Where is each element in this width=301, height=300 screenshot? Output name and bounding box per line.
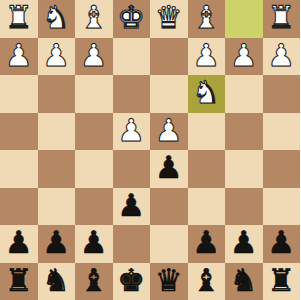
square-g8[interactable]: ♞ (38, 263, 76, 300)
piece-black-pawn[interactable]: ♟ (155, 152, 183, 183)
square-c4[interactable] (188, 113, 226, 151)
square-d1[interactable]: ♛ (150, 0, 188, 38)
square-g4[interactable] (38, 113, 76, 151)
square-d4[interactable]: ♟ (150, 113, 188, 151)
square-g2[interactable]: ♟ (38, 38, 76, 76)
square-g3[interactable] (38, 75, 76, 113)
piece-white-king[interactable]: ♚ (117, 2, 145, 33)
square-f4[interactable] (75, 113, 113, 151)
square-a5[interactable] (263, 150, 301, 188)
square-a2[interactable]: ♟ (263, 38, 301, 76)
square-e4[interactable]: ♟ (113, 113, 151, 151)
piece-white-pawn[interactable]: ♟ (42, 40, 70, 71)
square-e3[interactable] (113, 75, 151, 113)
piece-black-rook[interactable]: ♜ (267, 265, 295, 296)
square-g7[interactable]: ♟ (38, 225, 76, 263)
piece-white-rook[interactable]: ♜ (267, 2, 295, 33)
square-b3[interactable] (225, 75, 263, 113)
square-b4[interactable] (225, 113, 263, 151)
piece-white-knight[interactable]: ♞ (192, 77, 220, 108)
square-c1[interactable]: ♝ (188, 0, 226, 38)
piece-black-pawn[interactable]: ♟ (267, 227, 295, 258)
square-d5[interactable]: ♟ (150, 150, 188, 188)
square-b2[interactable]: ♟ (225, 38, 263, 76)
square-c5[interactable] (188, 150, 226, 188)
square-c3[interactable]: ♞ (188, 75, 226, 113)
square-f2[interactable]: ♟ (75, 38, 113, 76)
piece-black-pawn[interactable]: ♟ (42, 227, 70, 258)
square-b5[interactable] (225, 150, 263, 188)
piece-white-pawn[interactable]: ♟ (5, 40, 33, 71)
square-a8[interactable]: ♜ (263, 263, 301, 300)
piece-white-pawn[interactable]: ♟ (155, 115, 183, 146)
square-h3[interactable] (0, 75, 38, 113)
piece-black-bishop[interactable]: ♝ (192, 265, 220, 296)
square-f5[interactable] (75, 150, 113, 188)
piece-black-queen[interactable]: ♛ (155, 265, 183, 296)
piece-white-pawn[interactable]: ♟ (267, 40, 295, 71)
square-f3[interactable] (75, 75, 113, 113)
square-b6[interactable] (225, 188, 263, 226)
piece-white-queen[interactable]: ♛ (155, 2, 183, 33)
square-b1[interactable] (225, 0, 263, 38)
square-e8[interactable]: ♚ (113, 263, 151, 300)
piece-white-rook[interactable]: ♜ (5, 2, 33, 33)
square-g5[interactable] (38, 150, 76, 188)
piece-black-king[interactable]: ♚ (117, 265, 145, 296)
piece-black-pawn[interactable]: ♟ (192, 227, 220, 258)
square-f7[interactable]: ♟ (75, 225, 113, 263)
square-a4[interactable] (263, 113, 301, 151)
square-d7[interactable] (150, 225, 188, 263)
square-h5[interactable] (0, 150, 38, 188)
square-h7[interactable]: ♟ (0, 225, 38, 263)
square-e5[interactable] (113, 150, 151, 188)
square-e7[interactable] (113, 225, 151, 263)
piece-white-pawn[interactable]: ♟ (192, 40, 220, 71)
chess-board: ♜♞♝♚♛♝♜♟♟♟♟♟♟♞♟♟♟♟♟♟♟♟♟♟♜♞♝♚♛♝♞♜ (0, 0, 300, 300)
square-g1[interactable]: ♞ (38, 0, 76, 38)
square-e2[interactable] (113, 38, 151, 76)
square-h8[interactable]: ♜ (0, 263, 38, 300)
square-b7[interactable]: ♟ (225, 225, 263, 263)
piece-white-bishop[interactable]: ♝ (80, 2, 108, 33)
piece-black-knight[interactable]: ♞ (42, 265, 70, 296)
piece-black-pawn[interactable]: ♟ (80, 227, 108, 258)
piece-black-knight[interactable]: ♞ (230, 265, 258, 296)
square-h2[interactable]: ♟ (0, 38, 38, 76)
piece-black-pawn[interactable]: ♟ (117, 190, 145, 221)
square-h1[interactable]: ♜ (0, 0, 38, 38)
square-h6[interactable] (0, 188, 38, 226)
square-f1[interactable]: ♝ (75, 0, 113, 38)
square-f6[interactable] (75, 188, 113, 226)
square-c2[interactable]: ♟ (188, 38, 226, 76)
square-b8[interactable]: ♞ (225, 263, 263, 300)
square-a3[interactable] (263, 75, 301, 113)
piece-white-pawn[interactable]: ♟ (117, 115, 145, 146)
square-d2[interactable] (150, 38, 188, 76)
square-d8[interactable]: ♛ (150, 263, 188, 300)
square-e1[interactable]: ♚ (113, 0, 151, 38)
square-c7[interactable]: ♟ (188, 225, 226, 263)
piece-black-pawn[interactable]: ♟ (230, 227, 258, 258)
piece-white-pawn[interactable]: ♟ (230, 40, 258, 71)
piece-black-pawn[interactable]: ♟ (5, 227, 33, 258)
square-g6[interactable] (38, 188, 76, 226)
square-h4[interactable] (0, 113, 38, 151)
square-a1[interactable]: ♜ (263, 0, 301, 38)
piece-black-bishop[interactable]: ♝ (80, 265, 108, 296)
piece-white-knight[interactable]: ♞ (42, 2, 70, 33)
square-c8[interactable]: ♝ (188, 263, 226, 300)
piece-black-rook[interactable]: ♜ (5, 265, 33, 296)
square-d3[interactable] (150, 75, 188, 113)
square-a7[interactable]: ♟ (263, 225, 301, 263)
square-c6[interactable] (188, 188, 226, 226)
square-a6[interactable] (263, 188, 301, 226)
square-e6[interactable]: ♟ (113, 188, 151, 226)
square-d6[interactable] (150, 188, 188, 226)
piece-white-pawn[interactable]: ♟ (80, 40, 108, 71)
piece-white-bishop[interactable]: ♝ (192, 2, 220, 33)
square-f8[interactable]: ♝ (75, 263, 113, 300)
